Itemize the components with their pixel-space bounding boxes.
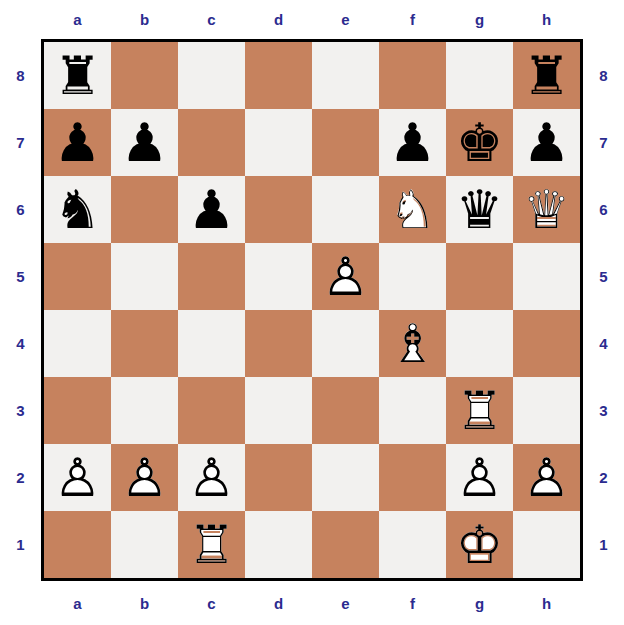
square-b1[interactable]: [111, 511, 178, 578]
square-g3[interactable]: ♜♖: [446, 377, 513, 444]
chess-diagram: abcdefgh 87654321 ♜♜♟♟♟♚♟♞♟♞♘♛♛♕♟♙♝♗♜♖♟♙…: [0, 0, 624, 625]
white-pawn-icon: ♟♙: [312, 243, 379, 310]
white-bishop-icon: ♝♗: [379, 310, 446, 377]
square-f7[interactable]: ♟: [379, 109, 446, 176]
square-g4[interactable]: [446, 310, 513, 377]
rank-label-2: 2: [0, 444, 41, 511]
white-rook-icon: ♜♖: [446, 377, 513, 444]
square-g5[interactable]: [446, 243, 513, 310]
square-d8[interactable]: [245, 42, 312, 109]
square-d4[interactable]: [245, 310, 312, 377]
black-king-icon: ♚: [446, 109, 513, 176]
rank-label-4: 4: [0, 310, 41, 377]
rank-labels-right: 87654321: [583, 39, 624, 581]
square-b7[interactable]: ♟: [111, 109, 178, 176]
black-knight-icon: ♞: [44, 176, 111, 243]
rank-label-6: 6: [0, 176, 41, 243]
rank-label-4: 4: [583, 310, 624, 377]
square-b4[interactable]: [111, 310, 178, 377]
square-g8[interactable]: [446, 42, 513, 109]
black-pawn-icon: ♟: [513, 109, 580, 176]
square-e8[interactable]: [312, 42, 379, 109]
square-e7[interactable]: [312, 109, 379, 176]
file-label-c: c: [178, 595, 245, 612]
file-label-b: b: [111, 11, 178, 28]
square-f3[interactable]: [379, 377, 446, 444]
square-e2[interactable]: [312, 444, 379, 511]
file-label-g: g: [446, 11, 513, 28]
square-a3[interactable]: [44, 377, 111, 444]
square-c6[interactable]: ♟: [178, 176, 245, 243]
black-rook-icon: ♜: [44, 42, 111, 109]
rank-label-3: 3: [583, 377, 624, 444]
black-pawn-icon: ♟: [44, 109, 111, 176]
square-d2[interactable]: [245, 444, 312, 511]
square-c4[interactable]: [178, 310, 245, 377]
square-h1[interactable]: [513, 511, 580, 578]
white-pawn-icon: ♟♙: [513, 444, 580, 511]
rank-label-2: 2: [583, 444, 624, 511]
square-h4[interactable]: [513, 310, 580, 377]
black-pawn-icon: ♟: [111, 109, 178, 176]
square-a2[interactable]: ♟♙: [44, 444, 111, 511]
square-h5[interactable]: [513, 243, 580, 310]
white-rook-icon: ♜♖: [178, 511, 245, 578]
square-d1[interactable]: [245, 511, 312, 578]
black-queen-icon: ♛: [446, 176, 513, 243]
square-g1[interactable]: ♚♔: [446, 511, 513, 578]
rank-label-8: 8: [583, 42, 624, 109]
rank-label-3: 3: [0, 377, 41, 444]
file-label-g: g: [446, 595, 513, 612]
square-f6[interactable]: ♞♘: [379, 176, 446, 243]
rank-labels-left: 87654321: [0, 39, 41, 581]
square-f5[interactable]: [379, 243, 446, 310]
square-h7[interactable]: ♟: [513, 109, 580, 176]
file-label-a: a: [44, 595, 111, 612]
corner-bottom-right: [583, 581, 624, 625]
corner-top-right: [583, 0, 624, 39]
square-h3[interactable]: [513, 377, 580, 444]
square-f1[interactable]: [379, 511, 446, 578]
square-b8[interactable]: [111, 42, 178, 109]
white-pawn-icon: ♟♙: [44, 444, 111, 511]
file-label-e: e: [312, 595, 379, 612]
square-a1[interactable]: [44, 511, 111, 578]
square-b2[interactable]: ♟♙: [111, 444, 178, 511]
file-label-e: e: [312, 11, 379, 28]
rank-label-6: 6: [583, 176, 624, 243]
square-e4[interactable]: [312, 310, 379, 377]
file-label-f: f: [379, 595, 446, 612]
chess-board: ♜♜♟♟♟♚♟♞♟♞♘♛♛♕♟♙♝♗♜♖♟♙♟♙♟♙♟♙♟♙♜♖♚♔: [41, 39, 583, 581]
square-f2[interactable]: [379, 444, 446, 511]
square-d7[interactable]: [245, 109, 312, 176]
square-a6[interactable]: ♞: [44, 176, 111, 243]
square-c2[interactable]: ♟♙: [178, 444, 245, 511]
square-e3[interactable]: [312, 377, 379, 444]
rank-label-5: 5: [583, 243, 624, 310]
file-label-a: a: [44, 11, 111, 28]
white-pawn-icon: ♟♙: [178, 444, 245, 511]
file-label-c: c: [178, 11, 245, 28]
square-c7[interactable]: [178, 109, 245, 176]
file-label-d: d: [245, 11, 312, 28]
square-a8[interactable]: ♜: [44, 42, 111, 109]
square-h6[interactable]: ♛♕: [513, 176, 580, 243]
black-rook-icon: ♜: [513, 42, 580, 109]
white-king-icon: ♚♔: [446, 511, 513, 578]
file-label-f: f: [379, 11, 446, 28]
white-pawn-icon: ♟♙: [111, 444, 178, 511]
rank-label-7: 7: [0, 109, 41, 176]
square-a7[interactable]: ♟: [44, 109, 111, 176]
square-d3[interactable]: [245, 377, 312, 444]
file-labels-top: abcdefgh: [41, 0, 583, 39]
square-a5[interactable]: [44, 243, 111, 310]
rank-label-8: 8: [0, 42, 41, 109]
rank-label-7: 7: [583, 109, 624, 176]
file-label-h: h: [513, 595, 580, 612]
square-f8[interactable]: [379, 42, 446, 109]
file-label-b: b: [111, 595, 178, 612]
corner-top-left: [0, 0, 41, 39]
rank-label-1: 1: [0, 511, 41, 578]
square-g6[interactable]: ♛: [446, 176, 513, 243]
square-c8[interactable]: [178, 42, 245, 109]
square-d5[interactable]: [245, 243, 312, 310]
square-b5[interactable]: [111, 243, 178, 310]
rank-label-5: 5: [0, 243, 41, 310]
white-queen-icon: ♛♕: [513, 176, 580, 243]
file-label-h: h: [513, 11, 580, 28]
square-f4[interactable]: ♝♗: [379, 310, 446, 377]
square-e1[interactable]: [312, 511, 379, 578]
square-c5[interactable]: [178, 243, 245, 310]
square-g7[interactable]: ♚: [446, 109, 513, 176]
corner-bottom-left: [0, 581, 41, 625]
square-g2[interactable]: ♟♙: [446, 444, 513, 511]
black-pawn-icon: ♟: [178, 176, 245, 243]
file-label-d: d: [245, 595, 312, 612]
square-h2[interactable]: ♟♙: [513, 444, 580, 511]
square-c1[interactable]: ♜♖: [178, 511, 245, 578]
white-knight-icon: ♞♘: [379, 176, 446, 243]
square-h8[interactable]: ♜: [513, 42, 580, 109]
square-a4[interactable]: [44, 310, 111, 377]
black-pawn-icon: ♟: [379, 109, 446, 176]
square-e6[interactable]: [312, 176, 379, 243]
square-c3[interactable]: [178, 377, 245, 444]
square-b6[interactable]: [111, 176, 178, 243]
white-pawn-icon: ♟♙: [446, 444, 513, 511]
rank-label-1: 1: [583, 511, 624, 578]
file-labels-bottom: abcdefgh: [41, 581, 583, 625]
square-e5[interactable]: ♟♙: [312, 243, 379, 310]
square-b3[interactable]: [111, 377, 178, 444]
square-d6[interactable]: [245, 176, 312, 243]
